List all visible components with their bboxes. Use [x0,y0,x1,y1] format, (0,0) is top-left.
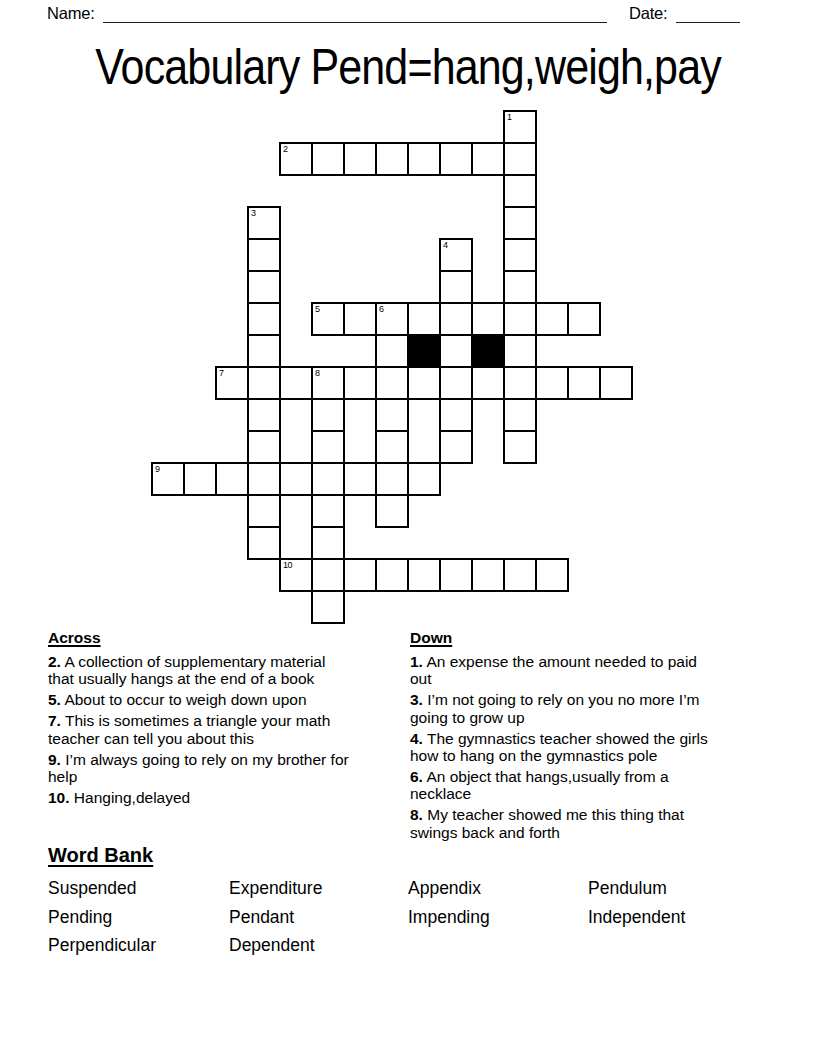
word-bank-word: Appendix [408,874,588,903]
grid-cell[interactable] [503,174,537,208]
grid-cell[interactable] [279,462,313,496]
grid-cell[interactable] [471,142,505,176]
grid-cell[interactable] [407,366,441,400]
grid-cell[interactable] [279,366,313,400]
clue: 4. The gymnastics teacher showed the gir… [410,730,740,765]
grid-cell[interactable] [375,398,409,432]
clue: 2. A collection of supplementary materia… [48,653,400,688]
clue-label: 4. [410,730,423,747]
grid-cell[interactable] [503,270,537,304]
clue-number: 6 [379,305,384,314]
word-bank-word: Suspended [48,874,229,903]
clue-label: 2. [48,653,61,670]
grid-cell[interactable] [375,366,409,400]
grid-cell[interactable] [439,270,473,304]
clue-label: 8. [410,806,423,823]
word-bank-word: Pendant [229,903,408,932]
grid-cell[interactable]: 7 [215,366,249,400]
grid-cell[interactable] [439,430,473,464]
clue: 5. About to occur to weigh down upon [48,691,400,708]
word-bank-word: Perpendicular [48,931,229,960]
grid-cell[interactable] [375,494,409,528]
grid-cell[interactable]: 3 [247,206,281,240]
clue-number: 10 [283,561,292,570]
down-clue-list: 1. An expense the amount needed to paido… [410,653,740,841]
grid-cell[interactable] [439,366,473,400]
grid-cell[interactable] [407,302,441,336]
clue: 10. Hanging,delayed [48,789,400,806]
grid-cell[interactable] [375,462,409,496]
grid-cell[interactable] [247,334,281,368]
name-label: Name: [47,4,95,23]
grid-cell[interactable] [247,270,281,304]
clue: 1. An expense the amount needed to paido… [410,653,740,688]
grid-cell[interactable] [311,462,345,496]
clue-label: 5. [48,691,61,708]
grid-cell[interactable] [503,238,537,272]
clue: 9. I’m always going to rely on my brothe… [48,751,400,786]
grid-cell[interactable] [183,462,217,496]
grid-cell[interactable] [343,142,377,176]
grid-cell[interactable] [471,302,505,336]
name-blank-line[interactable] [103,6,607,23]
grid-cell[interactable] [567,366,601,400]
grid-cell[interactable] [407,142,441,176]
clue-number: 4 [443,241,448,250]
word-bank-word: Pending [48,903,229,932]
grid-cell[interactable] [311,430,345,464]
word-bank-heading: Word Bank [48,844,153,867]
clue: 8. My teacher showed me this thing thats… [410,806,740,841]
clue-number: 5 [315,305,320,314]
date-blank-line[interactable] [676,6,740,23]
clue-label: 9. [48,751,61,768]
grid-cell[interactable] [311,526,345,560]
word-bank-word: Independent [588,903,764,932]
grid-cell[interactable] [535,302,569,336]
word-bank-word: Dependent [229,931,408,960]
grid-cell[interactable]: 5 [311,302,345,336]
clue-number: 9 [155,465,160,474]
clue-number: 7 [219,369,224,378]
worksheet-title: Vocabulary Pend=hang,weigh,pay [57,41,759,93]
grid-cell[interactable] [535,558,569,592]
grid-cell[interactable] [311,494,345,528]
across-clue-list: 2. A collection of supplementary materia… [48,653,400,806]
grid-cell[interactable]: 2 [279,142,313,176]
grid-cell[interactable] [247,494,281,528]
grid-cell[interactable] [439,558,473,592]
word-bank-list: SuspendedExpenditureAppendixPendulumPend… [48,874,764,960]
grid-cell[interactable] [503,558,537,592]
grid-cell[interactable] [343,558,377,592]
clue-label: 7. [48,712,61,729]
grid-cell[interactable] [471,558,505,592]
black-cell [407,334,441,368]
clue-label: 10. [48,789,70,806]
grid-cell[interactable] [247,462,281,496]
grid-cell[interactable] [503,398,537,432]
grid-cell[interactable] [535,366,569,400]
grid-cell[interactable] [503,142,537,176]
grid-cell[interactable] [375,142,409,176]
grid-cell[interactable] [439,398,473,432]
grid-cell[interactable] [247,238,281,272]
grid-cell[interactable] [375,430,409,464]
grid-cell[interactable]: 9 [151,462,185,496]
grid-cell[interactable]: 10 [279,558,313,592]
grid-cell[interactable] [503,206,537,240]
grid-cell[interactable] [311,590,345,624]
word-bank-word: Pendulum [588,874,764,903]
grid-cell[interactable] [439,334,473,368]
clue: 3. I’m not going to rely on you no more … [410,691,740,726]
grid-cell[interactable]: 8 [311,366,345,400]
clue-number: 1 [507,113,512,122]
grid-cell[interactable] [247,526,281,560]
crossword-grid: 12345678910 [151,110,633,624]
grid-cell[interactable] [247,398,281,432]
across-heading: Across [48,629,400,647]
grid-cell[interactable] [599,366,633,400]
grid-cell[interactable] [311,142,345,176]
clue-label: 6. [410,768,423,785]
grid-cell[interactable] [247,430,281,464]
grid-cell[interactable] [343,366,377,400]
black-cell [471,334,505,368]
worksheet-page: Name: Date: Vocabulary Pend=hang,weigh,p… [0,0,816,1056]
grid-cell[interactable] [439,302,473,336]
grid-cell[interactable] [407,462,441,496]
grid-cell[interactable] [247,366,281,400]
clue-number: 8 [315,369,320,378]
clue-label: 1. [410,653,423,670]
grid-cell[interactable]: 4 [439,238,473,272]
grid-cell[interactable]: 6 [375,302,409,336]
grid-cell[interactable] [503,430,537,464]
word-bank-word: Expenditure [229,874,408,903]
down-heading: Down [410,629,740,647]
down-clues-section: Down 1. An expense the amount needed to … [410,629,740,845]
grid-cell[interactable] [471,366,505,400]
clue-number: 2 [283,145,288,154]
grid-cell[interactable] [215,462,249,496]
grid-cell[interactable] [503,334,537,368]
grid-cell[interactable] [503,302,537,336]
grid-cell[interactable] [503,366,537,400]
grid-cell[interactable]: 1 [503,110,537,144]
grid-cell[interactable] [343,462,377,496]
clue: 7. This is sometimes a triangle your mat… [48,712,400,747]
grid-cell[interactable] [375,558,409,592]
date-label: Date: [629,4,667,23]
grid-cell[interactable] [375,334,409,368]
clue: 6. An object that hangs,usually from ane… [410,768,740,803]
grid-cell[interactable] [311,558,345,592]
word-bank-word: Impending [408,903,588,932]
clue-label: 3. [410,691,423,708]
grid-cell[interactable] [343,302,377,336]
grid-cell[interactable] [311,398,345,432]
grid-cell[interactable] [567,302,601,336]
grid-cell[interactable] [407,558,441,592]
across-clues-section: Across 2. A collection of supplementary … [48,629,400,810]
clue-number: 3 [251,209,256,218]
grid-cell[interactable] [247,302,281,336]
grid-cell[interactable] [439,142,473,176]
